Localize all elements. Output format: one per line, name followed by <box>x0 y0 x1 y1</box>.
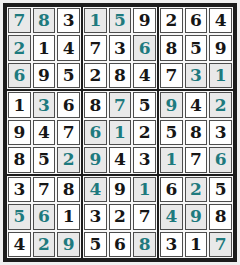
cell-r5c7[interactable]: 5 <box>160 120 183 145</box>
cell-r4c5[interactable]: 7 <box>109 92 132 117</box>
cell-r3c2[interactable]: 9 <box>33 63 56 88</box>
cell-r1c1[interactable]: 7 <box>8 8 31 33</box>
cell-r4c3[interactable]: 6 <box>57 92 80 117</box>
cell-r3c5[interactable]: 8 <box>109 63 132 88</box>
cell-r6c3[interactable]: 2 <box>57 147 80 172</box>
cell-r9c7[interactable]: 3 <box>160 232 183 257</box>
cell-r5c4[interactable]: 6 <box>84 120 107 145</box>
cell-r1c3[interactable]: 3 <box>57 8 80 33</box>
cell-r5c8[interactable]: 8 <box>185 120 208 145</box>
cell-r9c2[interactable]: 2 <box>33 232 56 257</box>
cell-r6c5[interactable]: 4 <box>109 147 132 172</box>
cell-r6c7[interactable]: 1 <box>160 147 183 172</box>
cell-r2c3[interactable]: 4 <box>57 35 80 60</box>
cell-r2c7[interactable]: 8 <box>160 35 183 60</box>
box-1-1: 875612943 <box>82 90 158 174</box>
cell-r2c1[interactable]: 2 <box>8 35 31 60</box>
cell-r4c2[interactable]: 3 <box>33 92 56 117</box>
box-0-1: 159736284 <box>82 6 158 90</box>
cell-r1c5[interactable]: 5 <box>109 8 132 33</box>
cell-r6c1[interactable]: 8 <box>8 147 31 172</box>
cell-r9c3[interactable]: 9 <box>57 232 80 257</box>
cell-r5c3[interactable]: 7 <box>57 120 80 145</box>
cell-r7c2[interactable]: 7 <box>33 177 56 202</box>
box-1-0: 136947852 <box>6 90 82 174</box>
cell-r5c2[interactable]: 4 <box>33 120 56 145</box>
cell-r1c7[interactable]: 2 <box>160 8 183 33</box>
cell-r3c6[interactable]: 4 <box>133 63 156 88</box>
sudoku-page: 7832146951597362842648597311369478528756… <box>0 0 240 265</box>
cell-r7c7[interactable]: 6 <box>160 177 183 202</box>
box-2-2: 625498317 <box>158 175 234 259</box>
cell-r8c3[interactable]: 1 <box>57 204 80 229</box>
cell-r3c9[interactable]: 1 <box>209 63 232 88</box>
cell-r7c3[interactable]: 8 <box>57 177 80 202</box>
cell-r4c7[interactable]: 9 <box>160 92 183 117</box>
sudoku-board: 7832146951597362842648597311369478528756… <box>3 3 237 262</box>
cell-r5c5[interactable]: 1 <box>109 120 132 145</box>
cell-r2c2[interactable]: 1 <box>33 35 56 60</box>
box-0-2: 264859731 <box>158 6 234 90</box>
cell-r5c6[interactable]: 2 <box>133 120 156 145</box>
cell-r2c5[interactable]: 3 <box>109 35 132 60</box>
box-2-0: 378561429 <box>6 175 82 259</box>
cell-r8c8[interactable]: 9 <box>185 204 208 229</box>
cell-r1c2[interactable]: 8 <box>33 8 56 33</box>
cell-r4c6[interactable]: 5 <box>133 92 156 117</box>
cell-r1c4[interactable]: 1 <box>84 8 107 33</box>
cell-r2c8[interactable]: 5 <box>185 35 208 60</box>
cell-r9c9[interactable]: 7 <box>209 232 232 257</box>
cell-r7c6[interactable]: 1 <box>133 177 156 202</box>
box-0-0: 783214695 <box>6 6 82 90</box>
cell-r2c4[interactable]: 7 <box>84 35 107 60</box>
box-2-1: 491327568 <box>82 175 158 259</box>
cell-r8c4[interactable]: 3 <box>84 204 107 229</box>
cell-r9c4[interactable]: 5 <box>84 232 107 257</box>
cell-r8c1[interactable]: 5 <box>8 204 31 229</box>
cell-r6c9[interactable]: 6 <box>209 147 232 172</box>
cell-r6c4[interactable]: 9 <box>84 147 107 172</box>
cell-r6c6[interactable]: 3 <box>133 147 156 172</box>
cell-r9c8[interactable]: 1 <box>185 232 208 257</box>
cell-r8c6[interactable]: 7 <box>133 204 156 229</box>
cell-r8c9[interactable]: 8 <box>209 204 232 229</box>
cell-r7c5[interactable]: 9 <box>109 177 132 202</box>
cell-r7c4[interactable]: 4 <box>84 177 107 202</box>
cell-r3c4[interactable]: 2 <box>84 63 107 88</box>
cell-r9c6[interactable]: 8 <box>133 232 156 257</box>
cell-r4c4[interactable]: 8 <box>84 92 107 117</box>
cell-r5c9[interactable]: 3 <box>209 120 232 145</box>
cell-r4c9[interactable]: 2 <box>209 92 232 117</box>
cell-r1c6[interactable]: 9 <box>133 8 156 33</box>
cell-r8c2[interactable]: 6 <box>33 204 56 229</box>
cell-r5c1[interactable]: 9 <box>8 120 31 145</box>
cell-r4c8[interactable]: 4 <box>185 92 208 117</box>
cell-r2c6[interactable]: 6 <box>133 35 156 60</box>
cell-r7c8[interactable]: 2 <box>185 177 208 202</box>
cell-r7c1[interactable]: 3 <box>8 177 31 202</box>
cell-r3c7[interactable]: 7 <box>160 63 183 88</box>
cell-r1c9[interactable]: 4 <box>209 8 232 33</box>
cell-r4c1[interactable]: 1 <box>8 92 31 117</box>
cell-r3c1[interactable]: 6 <box>8 63 31 88</box>
cell-r7c9[interactable]: 5 <box>209 177 232 202</box>
cell-r6c2[interactable]: 5 <box>33 147 56 172</box>
cell-r3c8[interactable]: 3 <box>185 63 208 88</box>
cell-r9c1[interactable]: 4 <box>8 232 31 257</box>
cell-r9c5[interactable]: 6 <box>109 232 132 257</box>
box-1-2: 942583176 <box>158 90 234 174</box>
cell-r6c8[interactable]: 7 <box>185 147 208 172</box>
cell-r8c7[interactable]: 4 <box>160 204 183 229</box>
cell-r2c9[interactable]: 9 <box>209 35 232 60</box>
cell-r8c5[interactable]: 2 <box>109 204 132 229</box>
cell-r1c8[interactable]: 6 <box>185 8 208 33</box>
cell-r3c3[interactable]: 5 <box>57 63 80 88</box>
